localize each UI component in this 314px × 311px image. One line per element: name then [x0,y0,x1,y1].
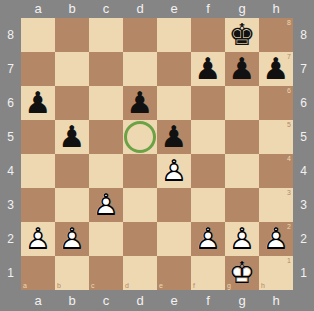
piece-fill-layer: ♚ [225,18,259,52]
inner-rank-coord-5: 5 [287,121,291,128]
rank-label-3: 3 [0,188,21,222]
square-a7[interactable] [21,52,55,86]
square-h3[interactable]: 3 [259,188,293,222]
piece-outline-layer: ♙ [157,154,191,188]
inner-file-coord-d: d [125,282,129,289]
file-label-f: f [191,290,225,311]
square-e7[interactable] [157,52,191,86]
square-c3[interactable]: ♟♙ [89,188,123,222]
rank-label-8: 8 [0,18,21,52]
square-a3[interactable] [21,188,55,222]
file-label-c: c [89,290,123,311]
piece-outline-layer: ♙ [259,222,293,256]
rank-label-6: 6 [293,86,314,120]
square-f6[interactable] [191,86,225,120]
rank-label-6: 6 [0,86,21,120]
square-a5[interactable] [21,120,55,154]
inner-file-coord-b: b [57,282,61,289]
file-label-a: a [21,290,55,311]
white-pawn[interactable]: ♟♙ [157,154,191,188]
inner-file-coord-a: a [23,282,27,289]
square-c2[interactable] [89,222,123,256]
square-f3[interactable] [191,188,225,222]
file-label-b: b [55,0,89,18]
black-pawn[interactable]: ♟ [55,120,89,154]
black-pawn[interactable]: ♟ [259,52,293,86]
square-d7[interactable] [123,52,157,86]
square-b4[interactable] [55,154,89,188]
square-c6[interactable] [89,86,123,120]
piece-outline-layer: ♙ [21,222,55,256]
square-f5[interactable] [191,120,225,154]
inner-rank-coord-6: 6 [287,87,291,94]
square-e6[interactable] [157,86,191,120]
square-b7[interactable] [55,52,89,86]
white-pawn[interactable]: ♟♙ [21,222,55,256]
piece-fill-layer: ♟ [55,120,89,154]
rank-label-5: 5 [0,120,21,154]
square-e8[interactable] [157,18,191,52]
piece-fill-layer: ♟ [225,52,259,86]
inner-rank-coord-4: 4 [287,155,291,162]
piece-fill-layer: ♟ [259,52,293,86]
square-g2[interactable]: ♟♙ [225,222,259,256]
square-g5[interactable] [225,120,259,154]
file-label-b: b [55,290,89,311]
square-d6[interactable]: ♟ [123,86,157,120]
black-pawn[interactable]: ♟ [225,52,259,86]
piece-fill-layer: ♟ [191,52,225,86]
black-king[interactable]: ♚ [225,18,259,52]
square-c5[interactable] [89,120,123,154]
white-pawn[interactable]: ♟♙ [55,222,89,256]
piece-fill-layer: ♟ [123,86,157,120]
square-b3[interactable] [55,188,89,222]
file-label-g: g [225,0,259,18]
annotation-circle-d5 [124,121,156,153]
file-coordinates-bottom: abcdefgh [21,290,293,311]
chess-board-frame: abcdefgh abcdefgh 87654321 87654321 ♚8♟♟… [0,0,314,311]
square-e1[interactable]: e [157,256,191,290]
rank-label-1: 1 [293,256,314,290]
file-label-a: a [21,0,55,18]
square-c8[interactable] [89,18,123,52]
file-label-f: f [191,0,225,18]
file-label-d: d [123,0,157,18]
inner-rank-coord-3: 3 [287,189,291,196]
rank-label-5: 5 [293,120,314,154]
square-d4[interactable] [123,154,157,188]
rank-label-8: 8 [293,18,314,52]
inner-rank-coord-8: 8 [287,19,291,26]
piece-outline-layer: ♙ [89,188,123,222]
square-b8[interactable] [55,18,89,52]
square-a1[interactable]: a [21,256,55,290]
file-label-e: e [157,0,191,18]
square-f7[interactable]: ♟ [191,52,225,86]
square-f4[interactable] [191,154,225,188]
piece-fill-layer: ♟ [21,86,55,120]
square-e3[interactable] [157,188,191,222]
file-label-h: h [259,290,293,311]
piece-fill-layer: ♟ [157,120,191,154]
file-coordinates-top: abcdefgh [21,0,293,18]
square-f2[interactable]: ♟♙ [191,222,225,256]
square-d5[interactable] [123,120,157,154]
black-pawn[interactable]: ♟ [123,86,157,120]
square-h8[interactable]: 8 [259,18,293,52]
square-e4[interactable]: ♟♙ [157,154,191,188]
square-c7[interactable] [89,52,123,86]
square-b1[interactable]: b [55,256,89,290]
piece-outline-layer: ♔ [225,256,259,290]
rank-label-2: 2 [293,222,314,256]
piece-outline-layer: ♙ [191,222,225,256]
file-label-e: e [157,290,191,311]
inner-file-coord-f: f [193,282,195,289]
file-label-d: d [123,290,157,311]
rank-label-4: 4 [0,154,21,188]
white-pawn[interactable]: ♟♙ [259,222,293,256]
rank-label-7: 7 [293,52,314,86]
chess-board[interactable]: ♚8♟♟7♟♟♟6♟♟5♟♙4♟♙3♟♙♟♙♟♙♟♙2♟♙abcdefg♚♔1h [21,18,293,290]
square-g7[interactable]: ♟ [225,52,259,86]
square-d8[interactable] [123,18,157,52]
square-g6[interactable] [225,86,259,120]
file-label-g: g [225,290,259,311]
square-c4[interactable] [89,154,123,188]
rank-label-3: 3 [293,188,314,222]
rank-coordinates-right: 87654321 [293,18,314,290]
square-a2[interactable]: ♟♙ [21,222,55,256]
white-king[interactable]: ♚♔ [225,256,259,290]
square-a6[interactable]: ♟ [21,86,55,120]
inner-file-coord-c: c [91,282,95,289]
square-f1[interactable]: f [191,256,225,290]
square-g4[interactable] [225,154,259,188]
black-pawn[interactable]: ♟ [157,120,191,154]
square-b2[interactable]: ♟♙ [55,222,89,256]
white-pawn[interactable]: ♟♙ [191,222,225,256]
square-g1[interactable]: g♚♔ [225,256,259,290]
square-b5[interactable]: ♟ [55,120,89,154]
piece-outline-layer: ♙ [225,222,259,256]
rank-coordinates-left: 87654321 [0,18,21,290]
square-d2[interactable] [123,222,157,256]
square-c1[interactable]: c [89,256,123,290]
inner-file-coord-e: e [159,282,163,289]
square-e5[interactable]: ♟ [157,120,191,154]
square-h4[interactable]: 4 [259,154,293,188]
square-a8[interactable] [21,18,55,52]
file-label-h: h [259,0,293,18]
square-h5[interactable]: 5 [259,120,293,154]
black-pawn[interactable]: ♟ [21,86,55,120]
file-label-c: c [89,0,123,18]
square-d3[interactable] [123,188,157,222]
square-h1[interactable]: 1h [259,256,293,290]
square-d1[interactable]: d [123,256,157,290]
inner-file-coord-h: h [261,282,265,289]
rank-label-4: 4 [293,154,314,188]
white-pawn[interactable]: ♟♙ [225,222,259,256]
square-h6[interactable]: 6 [259,86,293,120]
square-g8[interactable]: ♚ [225,18,259,52]
square-h2[interactable]: 2♟♙ [259,222,293,256]
square-a4[interactable] [21,154,55,188]
square-e2[interactable] [157,222,191,256]
rank-label-1: 1 [0,256,21,290]
square-g3[interactable] [225,188,259,222]
square-b6[interactable] [55,86,89,120]
black-pawn[interactable]: ♟ [191,52,225,86]
rank-label-2: 2 [0,222,21,256]
inner-rank-coord-1: 1 [287,257,291,264]
white-pawn[interactable]: ♟♙ [89,188,123,222]
square-f8[interactable] [191,18,225,52]
rank-label-7: 7 [0,52,21,86]
piece-outline-layer: ♙ [55,222,89,256]
square-h7[interactable]: 7♟ [259,52,293,86]
